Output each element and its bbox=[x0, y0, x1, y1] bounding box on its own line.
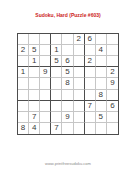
sudoku-cell-r9c2: 4 bbox=[29, 123, 40, 134]
sudoku-cell-r8c5: 9 bbox=[62, 112, 73, 123]
sudoku-cell-r2c4: 1 bbox=[51, 45, 62, 56]
sudoku-cell-r8c2: 7 bbox=[29, 112, 40, 123]
sudoku-cell-r9c3 bbox=[40, 123, 51, 134]
sudoku-cell-r5c9: 9 bbox=[107, 78, 118, 89]
sudoku-cell-r7c6 bbox=[74, 101, 85, 112]
printable-sudoku-page: Sudoku, Hard (Puzzle #603) 2625141562195… bbox=[0, 0, 136, 176]
sudoku-cell-r1c3 bbox=[40, 34, 51, 45]
sudoku-cell-r3c5: 6 bbox=[62, 56, 73, 67]
sudoku-cell-r6c2 bbox=[29, 90, 40, 101]
sudoku-cell-r5c2 bbox=[29, 78, 40, 89]
sudoku-cell-r3c4: 5 bbox=[51, 56, 62, 67]
sudoku-cell-r5c6 bbox=[74, 78, 85, 89]
sudoku-cell-r3c8 bbox=[96, 56, 107, 67]
sudoku-cell-r9c5 bbox=[62, 123, 73, 134]
sudoku-cell-r7c7: 7 bbox=[85, 101, 96, 112]
sudoku-cell-r3c1 bbox=[18, 56, 29, 67]
sudoku-cell-r4c9: 2 bbox=[107, 67, 118, 78]
sudoku-cell-r8c3 bbox=[40, 112, 51, 123]
sudoku-cell-r6c3 bbox=[40, 90, 51, 101]
sudoku-cell-r1c2 bbox=[29, 34, 40, 45]
sudoku-cell-r4c7 bbox=[85, 67, 96, 78]
sudoku-cell-r4c2 bbox=[29, 67, 40, 78]
sudoku-cell-r9c6 bbox=[74, 123, 85, 134]
sudoku-cell-r6c6 bbox=[74, 90, 85, 101]
sudoku-cell-r4c5: 5 bbox=[62, 67, 73, 78]
footer-url: www.printfreesudoku.com bbox=[0, 161, 136, 166]
sudoku-cell-r1c5 bbox=[62, 34, 73, 45]
sudoku-board: 2625141562195289876795847 bbox=[17, 33, 119, 135]
sudoku-cell-r5c5: 8 bbox=[62, 78, 73, 89]
sudoku-cell-r7c8 bbox=[96, 101, 107, 112]
sudoku-cell-r3c7: 2 bbox=[85, 56, 96, 67]
sudoku-cell-r8c9 bbox=[107, 112, 118, 123]
sudoku-cell-r8c1 bbox=[18, 112, 29, 123]
sudoku-cell-r4c8 bbox=[96, 67, 107, 78]
sudoku-cell-r1c6: 2 bbox=[74, 34, 85, 45]
sudoku-cell-r5c7 bbox=[85, 78, 96, 89]
sudoku-cell-r9c4: 7 bbox=[51, 123, 62, 134]
sudoku-cell-r6c5 bbox=[62, 90, 73, 101]
sudoku-cell-r2c1: 2 bbox=[18, 45, 29, 56]
sudoku-cell-r9c8 bbox=[96, 123, 107, 134]
sudoku-cell-r9c1: 8 bbox=[18, 123, 29, 134]
sudoku-cell-r6c1 bbox=[18, 90, 29, 101]
sudoku-cell-r6c8: 8 bbox=[96, 90, 107, 101]
sudoku-cell-r7c4 bbox=[51, 101, 62, 112]
sudoku-cell-r7c1 bbox=[18, 101, 29, 112]
sudoku-cell-r4c1: 1 bbox=[18, 67, 29, 78]
sudoku-cell-r1c8 bbox=[96, 34, 107, 45]
sudoku-cell-r4c6 bbox=[74, 67, 85, 78]
sudoku-cell-r9c9 bbox=[107, 123, 118, 134]
sudoku-cell-r7c2 bbox=[29, 101, 40, 112]
puzzle-title: Sudoku, Hard (Puzzle #603) bbox=[0, 12, 136, 18]
sudoku-cell-r2c9 bbox=[107, 45, 118, 56]
sudoku-cell-r3c6 bbox=[74, 56, 85, 67]
sudoku-cell-r2c3 bbox=[40, 45, 51, 56]
sudoku-cell-r2c8: 4 bbox=[96, 45, 107, 56]
sudoku-cell-r5c8 bbox=[96, 78, 107, 89]
sudoku-cell-r7c5 bbox=[62, 101, 73, 112]
sudoku-cell-r2c5 bbox=[62, 45, 73, 56]
sudoku-cell-r6c4 bbox=[51, 90, 62, 101]
sudoku-cell-r3c3 bbox=[40, 56, 51, 67]
sudoku-cell-r4c3: 9 bbox=[40, 67, 51, 78]
sudoku-cell-r5c4 bbox=[51, 78, 62, 89]
sudoku-cell-r4c4 bbox=[51, 67, 62, 78]
sudoku-cell-r2c6 bbox=[74, 45, 85, 56]
sudoku-cell-r1c7: 6 bbox=[85, 34, 96, 45]
sudoku-cell-r8c6 bbox=[74, 112, 85, 123]
sudoku-cell-r5c1 bbox=[18, 78, 29, 89]
sudoku-cell-r8c7 bbox=[85, 112, 96, 123]
sudoku-cell-r7c9: 6 bbox=[107, 101, 118, 112]
sudoku-cell-r2c7 bbox=[85, 45, 96, 56]
sudoku-cell-r3c2: 1 bbox=[29, 56, 40, 67]
sudoku-cell-r9c7 bbox=[85, 123, 96, 134]
sudoku-cell-r2c2: 5 bbox=[29, 45, 40, 56]
sudoku-cell-r6c9 bbox=[107, 90, 118, 101]
sudoku-cell-r5c3 bbox=[40, 78, 51, 89]
sudoku-cell-r6c7 bbox=[85, 90, 96, 101]
sudoku-cell-r8c8: 5 bbox=[96, 112, 107, 123]
sudoku-cell-r1c4 bbox=[51, 34, 62, 45]
sudoku-cell-r3c9 bbox=[107, 56, 118, 67]
sudoku-cell-r1c1 bbox=[18, 34, 29, 45]
sudoku-cell-r1c9 bbox=[107, 34, 118, 45]
sudoku-cell-r8c4 bbox=[51, 112, 62, 123]
sudoku-cell-r7c3 bbox=[40, 101, 51, 112]
